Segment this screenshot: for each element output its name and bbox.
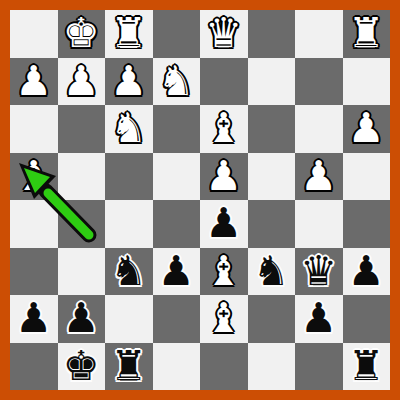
square-d2[interactable] <box>153 295 201 343</box>
square-f2[interactable] <box>248 295 296 343</box>
square-a1[interactable] <box>10 343 58 391</box>
square-f7[interactable] <box>248 58 296 106</box>
square-a7[interactable]: ♟ <box>10 58 58 106</box>
square-h7[interactable] <box>343 58 391 106</box>
square-f3[interactable]: ♞ <box>248 248 296 296</box>
square-h4[interactable] <box>343 200 391 248</box>
square-h1[interactable]: ♜ <box>343 343 391 391</box>
square-c7[interactable]: ♟ <box>105 58 153 106</box>
square-b7[interactable]: ♟ <box>58 58 106 106</box>
square-f5[interactable] <box>248 153 296 201</box>
piece-black-pawn[interactable]: ♟ <box>205 200 242 248</box>
square-g4[interactable] <box>295 200 343 248</box>
square-d7[interactable]: ♞ <box>153 58 201 106</box>
square-a4[interactable] <box>10 200 58 248</box>
square-c5[interactable] <box>105 153 153 201</box>
square-a3[interactable] <box>10 248 58 296</box>
square-a6[interactable] <box>10 105 58 153</box>
square-c4[interactable] <box>105 200 153 248</box>
square-d8[interactable] <box>153 10 201 58</box>
square-e1[interactable] <box>200 343 248 391</box>
piece-white-bishop[interactable]: ♝ <box>15 153 52 201</box>
piece-black-knight[interactable]: ♞ <box>253 248 290 296</box>
square-g2[interactable]: ♟ <box>295 295 343 343</box>
square-a8[interactable] <box>10 10 58 58</box>
piece-white-pawn[interactable]: ♟ <box>15 58 52 106</box>
square-h2[interactable] <box>343 295 391 343</box>
piece-white-knight[interactable]: ♞ <box>158 58 195 106</box>
square-e5[interactable]: ♟ <box>200 153 248 201</box>
piece-black-pawn[interactable]: ♟ <box>300 295 337 343</box>
piece-white-king[interactable]: ♚ <box>63 10 100 58</box>
square-c2[interactable] <box>105 295 153 343</box>
square-g7[interactable] <box>295 58 343 106</box>
square-e7[interactable] <box>200 58 248 106</box>
piece-white-pawn[interactable]: ♟ <box>300 153 337 201</box>
square-f8[interactable] <box>248 10 296 58</box>
square-d1[interactable] <box>153 343 201 391</box>
square-c6[interactable]: ♞ <box>105 105 153 153</box>
square-b1[interactable]: ♚ <box>58 343 106 391</box>
square-c8[interactable]: ♜ <box>105 10 153 58</box>
square-g3[interactable]: ♛ <box>295 248 343 296</box>
square-e6[interactable]: ♝ <box>200 105 248 153</box>
square-h6[interactable]: ♟ <box>343 105 391 153</box>
square-a2[interactable]: ♟ <box>10 295 58 343</box>
piece-white-pawn[interactable]: ♟ <box>348 105 385 153</box>
square-e2[interactable]: ♝ <box>200 295 248 343</box>
square-g5[interactable]: ♟ <box>295 153 343 201</box>
square-b3[interactable] <box>58 248 106 296</box>
square-b4[interactable] <box>58 200 106 248</box>
piece-white-rook[interactable]: ♜ <box>110 10 147 58</box>
piece-black-queen[interactable]: ♛ <box>300 248 337 296</box>
piece-black-pawn[interactable]: ♟ <box>348 248 385 296</box>
square-g8[interactable] <box>295 10 343 58</box>
piece-black-knight[interactable]: ♞ <box>110 248 147 296</box>
piece-black-pawn[interactable]: ♟ <box>158 248 195 296</box>
square-d5[interactable] <box>153 153 201 201</box>
square-a5[interactable]: ♝ <box>10 153 58 201</box>
piece-white-knight[interactable]: ♞ <box>110 105 147 153</box>
piece-white-bishop[interactable]: ♝ <box>205 295 242 343</box>
square-e4[interactable]: ♟ <box>200 200 248 248</box>
piece-black-rook[interactable]: ♜ <box>348 343 385 391</box>
square-g1[interactable] <box>295 343 343 391</box>
square-f1[interactable] <box>248 343 296 391</box>
square-d4[interactable] <box>153 200 201 248</box>
square-f4[interactable] <box>248 200 296 248</box>
piece-white-pawn[interactable]: ♟ <box>63 58 100 106</box>
square-c1[interactable]: ♜ <box>105 343 153 391</box>
square-c3[interactable]: ♞ <box>105 248 153 296</box>
square-b2[interactable]: ♟ <box>58 295 106 343</box>
piece-black-rook[interactable]: ♜ <box>110 343 147 391</box>
square-d3[interactable]: ♟ <box>153 248 201 296</box>
square-h3[interactable]: ♟ <box>343 248 391 296</box>
piece-black-king[interactable]: ♚ <box>63 343 100 391</box>
square-b8[interactable]: ♚ <box>58 10 106 58</box>
piece-black-pawn[interactable]: ♟ <box>63 295 100 343</box>
square-f6[interactable] <box>248 105 296 153</box>
piece-white-pawn[interactable]: ♟ <box>110 58 147 106</box>
square-e3[interactable]: ♝ <box>200 248 248 296</box>
square-h8[interactable]: ♜ <box>343 10 391 58</box>
square-e8[interactable]: ♛ <box>200 10 248 58</box>
piece-white-pawn[interactable]: ♟ <box>205 153 242 201</box>
chess-board[interactable]: ♚♜♛♜♟♟♟♞♞♝♟♝♟♟♟♞♟♝♞♛♟♟♟♝♟♚♜♜ <box>10 10 390 390</box>
piece-white-queen[interactable]: ♛ <box>205 10 242 58</box>
piece-white-bishop[interactable]: ♝ <box>205 105 242 153</box>
square-d6[interactable] <box>153 105 201 153</box>
square-b5[interactable] <box>58 153 106 201</box>
chess-board-frame: ♚♜♛♜♟♟♟♞♞♝♟♝♟♟♟♞♟♝♞♛♟♟♟♝♟♚♜♜ <box>0 0 400 400</box>
square-h5[interactable] <box>343 153 391 201</box>
square-g6[interactable] <box>295 105 343 153</box>
piece-white-bishop[interactable]: ♝ <box>205 248 242 296</box>
piece-white-rook[interactable]: ♜ <box>348 10 385 58</box>
square-b6[interactable] <box>58 105 106 153</box>
piece-black-pawn[interactable]: ♟ <box>15 295 52 343</box>
